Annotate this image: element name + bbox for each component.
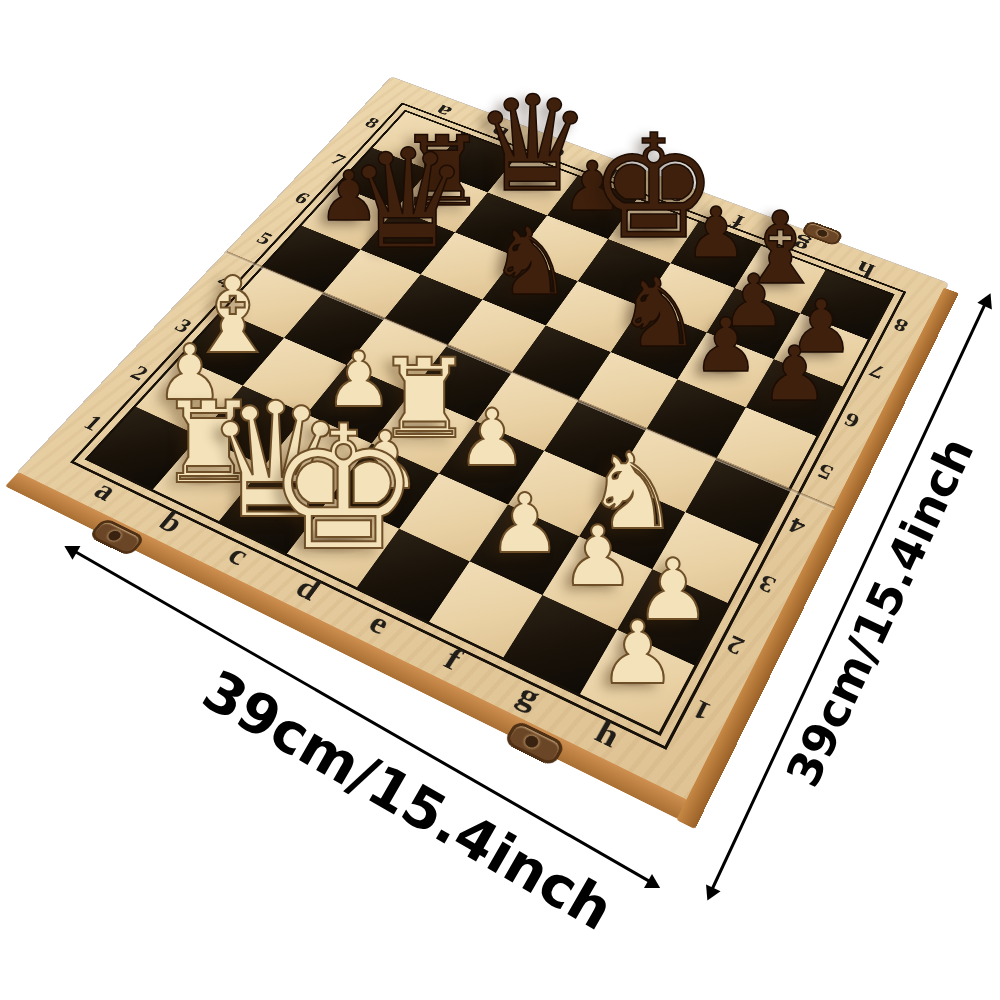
piece-white-p-h1[interactable]: ♟ (599, 610, 677, 697)
piece-black-p-g6[interactable]: ♟ (693, 310, 760, 384)
piece-black-n-f6[interactable]: ♞ (616, 265, 702, 361)
piece-white-p-e3[interactable]: ♟ (457, 399, 528, 478)
piece-black-p-h6[interactable]: ♟ (761, 337, 829, 412)
piece-white-k-d1[interactable]: ♚ (266, 404, 420, 576)
product-photo-stage: aabbccddeeffgghh8877665544332211 39cm/15… (0, 0, 1000, 1000)
piece-black-n-d6[interactable]: ♞ (488, 215, 572, 309)
piece-white-p-f2[interactable]: ♟ (488, 483, 562, 565)
piece-black-q-b6[interactable]: ♛ (347, 131, 470, 268)
piece-white-p-g2[interactable]: ♟ (560, 515, 635, 598)
